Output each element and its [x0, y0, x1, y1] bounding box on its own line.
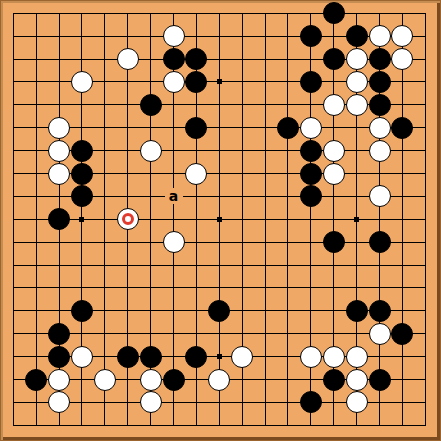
- black-stone: [369, 369, 391, 391]
- black-stone: [277, 117, 299, 139]
- black-stone: [25, 369, 47, 391]
- black-stone: [300, 163, 322, 185]
- grid-line-vertical: [287, 13, 288, 426]
- grid-line-horizontal: [13, 333, 426, 334]
- white-stone: [185, 163, 207, 185]
- white-stone: [48, 140, 70, 162]
- black-stone: [117, 346, 139, 368]
- black-stone: [300, 25, 322, 47]
- black-stone: [48, 208, 70, 230]
- white-stone: [323, 94, 345, 116]
- grid-line-horizontal: [13, 425, 426, 426]
- black-stone: [323, 2, 345, 24]
- black-stone: [208, 300, 230, 322]
- black-stone: [391, 323, 413, 345]
- white-stone: [117, 48, 139, 70]
- black-stone: [163, 48, 185, 70]
- white-stone: [48, 391, 70, 413]
- white-stone: [140, 391, 162, 413]
- white-stone: [71, 346, 93, 368]
- white-stone: [300, 346, 322, 368]
- black-stone: [71, 185, 93, 207]
- white-stone: [140, 140, 162, 162]
- black-stone: [369, 48, 391, 70]
- white-stone: [163, 71, 185, 93]
- black-stone: [323, 48, 345, 70]
- star-point: [354, 217, 359, 222]
- white-stone: [323, 140, 345, 162]
- black-stone: [185, 117, 207, 139]
- black-stone: [140, 94, 162, 116]
- black-stone: [369, 94, 391, 116]
- black-stone: [71, 300, 93, 322]
- white-stone: [346, 391, 368, 413]
- white-stone: [369, 323, 391, 345]
- black-stone: [323, 369, 345, 391]
- white-stone: [346, 369, 368, 391]
- black-stone: [300, 140, 322, 162]
- white-stone: [300, 117, 322, 139]
- white-stone: [163, 231, 185, 253]
- grid-line-vertical: [265, 13, 266, 426]
- black-stone: [346, 25, 368, 47]
- black-stone: [300, 185, 322, 207]
- white-stone: [346, 94, 368, 116]
- white-stone: [346, 48, 368, 70]
- white-stone: [323, 346, 345, 368]
- grid-line-vertical: [402, 13, 403, 426]
- white-stone: [391, 48, 413, 70]
- grid-line-horizontal: [13, 265, 426, 266]
- black-stone: [48, 346, 70, 368]
- black-stone: [346, 300, 368, 322]
- white-stone: [369, 25, 391, 47]
- black-stone: [369, 71, 391, 93]
- star-point: [217, 354, 222, 359]
- marked-white-stone: [117, 208, 139, 230]
- white-stone: [140, 369, 162, 391]
- black-stone: [185, 346, 207, 368]
- white-stone: [346, 71, 368, 93]
- white-stone: [94, 369, 116, 391]
- last-move-circle-marker: [122, 213, 134, 225]
- white-stone: [48, 369, 70, 391]
- black-stone: [369, 300, 391, 322]
- white-stone: [391, 25, 413, 47]
- go-board[interactable]: a: [0, 0, 441, 441]
- white-stone: [208, 369, 230, 391]
- black-stone: [185, 71, 207, 93]
- black-stone: [71, 140, 93, 162]
- grid-line-vertical: [425, 13, 426, 426]
- black-stone: [323, 231, 345, 253]
- white-stone: [163, 25, 185, 47]
- black-stone: [185, 48, 207, 70]
- white-stone: [231, 346, 253, 368]
- white-stone: [369, 185, 391, 207]
- black-stone: [140, 346, 162, 368]
- black-stone: [71, 163, 93, 185]
- star-point: [79, 217, 84, 222]
- white-stone: [48, 117, 70, 139]
- black-stone: [391, 117, 413, 139]
- grid-line-horizontal: [13, 287, 426, 288]
- black-stone: [48, 323, 70, 345]
- white-stone: [369, 117, 391, 139]
- star-point: [217, 79, 222, 84]
- star-point: [217, 217, 222, 222]
- white-stone: [323, 163, 345, 185]
- black-stone: [369, 231, 391, 253]
- white-stone: [71, 71, 93, 93]
- white-stone: [346, 346, 368, 368]
- black-stone: [300, 391, 322, 413]
- black-stone: [300, 71, 322, 93]
- white-stone: [369, 140, 391, 162]
- white-stone: [48, 163, 70, 185]
- point-label-a: a: [165, 188, 183, 204]
- black-stone: [163, 369, 185, 391]
- grid-line-horizontal: [13, 242, 426, 243]
